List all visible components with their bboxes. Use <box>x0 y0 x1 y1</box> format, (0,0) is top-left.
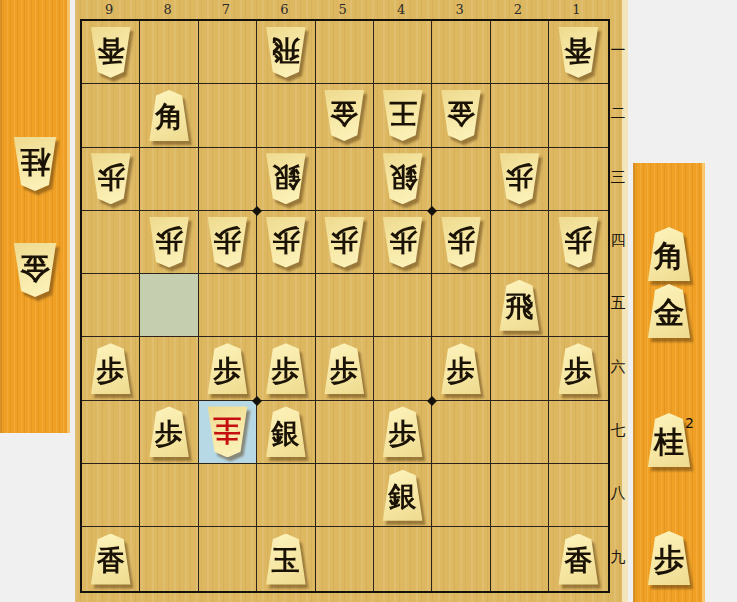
piece-body: 金 <box>645 284 693 338</box>
piece-kanji: 歩 <box>654 545 684 575</box>
square-5-6[interactable]: 歩 <box>316 337 374 400</box>
piece-王-gote[interactable]: 王 <box>380 90 425 141</box>
piece-kanji: 桂 <box>654 427 684 457</box>
square-6-8[interactable] <box>257 464 315 527</box>
square-6-3[interactable]: 銀 <box>257 148 315 211</box>
piece-歩-sente[interactable]: 歩 <box>380 406 425 457</box>
square-4-4[interactable]: 歩 <box>374 211 432 274</box>
rank-label-1: 一 <box>609 19 627 82</box>
square-1-7[interactable] <box>549 401 607 464</box>
rank-label-8: 八 <box>609 462 627 525</box>
rank-labels: 一二三四五六七八九 <box>609 19 627 589</box>
piece-kanji: 歩 <box>389 420 417 448</box>
square-9-5[interactable] <box>82 274 140 337</box>
square-3-6[interactable]: 歩 <box>432 337 490 400</box>
piece-銀-sente[interactable]: 銀 <box>380 470 425 521</box>
piece-歩-gote[interactable]: 歩 <box>147 217 192 268</box>
piece-kanji: 圭 <box>213 416 241 444</box>
square-3-2[interactable]: 金 <box>432 84 490 147</box>
square-6-7[interactable]: 銀 <box>257 401 315 464</box>
piece-body: 角 <box>645 227 693 281</box>
square-3-1[interactable] <box>432 21 490 84</box>
piece-銀-gote[interactable]: 銀 <box>263 153 308 204</box>
piece-kanji: 歩 <box>155 226 183 254</box>
piece-body: 王 <box>380 90 425 141</box>
piece-kanji: 歩 <box>330 226 358 254</box>
square-5-5[interactable] <box>316 274 374 337</box>
hand-piece-桂-gote[interactable]: 桂 <box>11 137 59 191</box>
square-5-9[interactable] <box>316 527 374 590</box>
square-3-4[interactable]: 歩 <box>432 211 490 274</box>
piece-kanji: 角 <box>155 103 183 131</box>
square-8-4[interactable]: 歩 <box>140 211 198 274</box>
piece-歩-gote[interactable]: 歩 <box>88 153 133 204</box>
square-6-5[interactable] <box>257 274 315 337</box>
square-3-9[interactable] <box>432 527 490 590</box>
square-9-1[interactable]: 香 <box>82 21 140 84</box>
rank-label-7: 七 <box>609 399 627 462</box>
square-9-8[interactable] <box>82 464 140 527</box>
square-8-9[interactable] <box>140 527 198 590</box>
piece-body: 歩 <box>88 153 133 204</box>
square-7-8[interactable] <box>199 464 257 527</box>
hand-piece-歩-sente[interactable]: 歩 <box>645 531 693 585</box>
square-6-9[interactable]: 玉 <box>257 527 315 590</box>
piece-kanji: 金 <box>654 298 684 328</box>
piece-body: 歩 <box>380 217 425 268</box>
piece-歩-gote[interactable]: 歩 <box>380 217 425 268</box>
piece-kanji: 歩 <box>272 357 300 385</box>
rank-label-9: 九 <box>609 525 627 588</box>
piece-body: 金 <box>439 90 484 141</box>
rank-label-4: 四 <box>609 209 627 272</box>
square-1-4[interactable]: 歩 <box>549 211 607 274</box>
square-2-2[interactable] <box>491 84 549 147</box>
piece-body: 角 <box>147 90 192 141</box>
square-4-2[interactable]: 王 <box>374 84 432 147</box>
piece-body: 歩 <box>439 217 484 268</box>
piece-kanji: 飛 <box>272 36 300 64</box>
piece-body: 飛 <box>497 280 542 331</box>
file-label-2: 2 <box>489 0 547 18</box>
file-labels: 987654321 <box>80 0 606 18</box>
hand-piece-角-sente[interactable]: 角 <box>645 227 693 281</box>
piece-body: 歩 <box>88 343 133 394</box>
piece-歩-sente[interactable]: 歩 <box>556 343 601 394</box>
square-9-9[interactable]: 香 <box>82 527 140 590</box>
piece-body: 香 <box>556 534 601 585</box>
square-2-4[interactable] <box>491 211 549 274</box>
square-2-6[interactable] <box>491 337 549 400</box>
piece-kanji: 金 <box>20 253 50 283</box>
square-3-7[interactable] <box>432 401 490 464</box>
piece-kanji: 歩 <box>330 357 358 385</box>
file-label-6: 6 <box>255 0 313 18</box>
piece-kanji: 歩 <box>272 226 300 254</box>
piece-kanji: 玉 <box>272 547 300 575</box>
square-1-6[interactable]: 歩 <box>549 337 607 400</box>
hand-piece-金-gote[interactable]: 金 <box>11 243 59 297</box>
square-6-4[interactable]: 歩 <box>257 211 315 274</box>
piece-角-sente[interactable]: 角 <box>147 90 192 141</box>
piece-body: 歩 <box>205 343 250 394</box>
piece-金-gote[interactable]: 金 <box>439 90 484 141</box>
square-2-7[interactable] <box>491 401 549 464</box>
square-5-3[interactable] <box>316 148 374 211</box>
file-label-7: 7 <box>197 0 255 18</box>
piece-kanji: 王 <box>389 99 417 127</box>
piece-飛-gote[interactable]: 飛 <box>263 27 308 78</box>
square-7-7[interactable]: 圭 <box>199 401 257 464</box>
piece-歩-gote[interactable]: 歩 <box>439 217 484 268</box>
piece-body: 歩 <box>263 343 308 394</box>
square-3-3[interactable] <box>432 148 490 211</box>
file-label-9: 9 <box>80 0 138 18</box>
shogi-board-panel: 987654321 香飛香角金王金歩銀銀歩歩歩歩歩歩歩歩飛歩歩歩歩歩歩歩圭銀歩銀… <box>75 0 628 602</box>
square-6-2[interactable] <box>257 84 315 147</box>
piece-歩-sente[interactable]: 歩 <box>147 406 192 457</box>
piece-kanji: 歩 <box>389 226 417 254</box>
square-7-4[interactable]: 歩 <box>199 211 257 274</box>
square-9-3[interactable]: 歩 <box>82 148 140 211</box>
square-8-8[interactable] <box>140 464 198 527</box>
square-7-6[interactable]: 歩 <box>199 337 257 400</box>
square-7-9[interactable] <box>199 527 257 590</box>
piece-香-gote[interactable]: 香 <box>556 27 601 78</box>
piece-kanji: 香 <box>97 547 125 575</box>
piece-kanji: 歩 <box>97 357 125 385</box>
piece-歩-gote[interactable]: 歩 <box>497 153 542 204</box>
square-4-5[interactable] <box>374 274 432 337</box>
square-5-4[interactable]: 歩 <box>316 211 374 274</box>
square-2-5[interactable]: 飛 <box>491 274 549 337</box>
piece-銀-sente[interactable]: 銀 <box>263 406 308 457</box>
rank-label-5: 五 <box>609 272 627 335</box>
piece-kanji: 香 <box>97 36 125 64</box>
piece-body: 香 <box>88 27 133 78</box>
rank-label-6: 六 <box>609 335 627 398</box>
square-8-7[interactable]: 歩 <box>140 401 198 464</box>
piece-kanji: 銀 <box>272 163 300 191</box>
piece-歩-sente[interactable]: 歩 <box>322 343 367 394</box>
square-1-1[interactable]: 香 <box>549 21 607 84</box>
square-7-2[interactable] <box>199 84 257 147</box>
piece-body: 歩 <box>439 343 484 394</box>
piece-body: 香 <box>556 27 601 78</box>
piece-歩-gote[interactable]: 歩 <box>556 217 601 268</box>
piece-kanji: 歩 <box>213 226 241 254</box>
square-9-7[interactable] <box>82 401 140 464</box>
piece-香-sente[interactable]: 香 <box>556 534 601 585</box>
square-5-8[interactable] <box>316 464 374 527</box>
square-2-9[interactable] <box>491 527 549 590</box>
piece-kanji: 歩 <box>505 163 533 191</box>
square-2-3[interactable]: 歩 <box>491 148 549 211</box>
square-3-5[interactable] <box>432 274 490 337</box>
piece-歩-sente[interactable]: 歩 <box>88 343 133 394</box>
piece-kanji: 飛 <box>505 293 533 321</box>
piece-kanji: 桂 <box>20 147 50 177</box>
piece-kanji: 歩 <box>213 357 241 385</box>
piece-香-gote[interactable]: 香 <box>88 27 133 78</box>
piece-歩-gote[interactable]: 歩 <box>205 217 250 268</box>
piece-body: 歩 <box>322 217 367 268</box>
square-4-9[interactable] <box>374 527 432 590</box>
square-8-6[interactable] <box>140 337 198 400</box>
piece-body: 飛 <box>263 27 308 78</box>
square-2-8[interactable] <box>491 464 549 527</box>
piece-body: 銀 <box>263 153 308 204</box>
piece-body: 銀 <box>380 470 425 521</box>
piece-歩-sente[interactable]: 歩 <box>439 343 484 394</box>
square-4-8[interactable]: 銀 <box>374 464 432 527</box>
board-grid: 香飛香角金王金歩銀銀歩歩歩歩歩歩歩歩飛歩歩歩歩歩歩歩圭銀歩銀香玉香 <box>80 19 610 593</box>
piece-歩-gote[interactable]: 歩 <box>263 217 308 268</box>
piece-歩-sente[interactable]: 歩 <box>205 343 250 394</box>
square-4-6[interactable] <box>374 337 432 400</box>
square-9-4[interactable] <box>82 211 140 274</box>
square-6-6[interactable]: 歩 <box>257 337 315 400</box>
square-8-1[interactable] <box>140 21 198 84</box>
piece-kanji: 歩 <box>97 163 125 191</box>
piece-歩-gote[interactable]: 歩 <box>322 217 367 268</box>
promoted-knight-gote[interactable]: 圭 <box>205 406 250 457</box>
rank-label-2: 二 <box>609 82 627 145</box>
piece-body: 歩 <box>556 343 601 394</box>
file-label-1: 1 <box>547 0 605 18</box>
piece-飛-sente[interactable]: 飛 <box>497 280 542 331</box>
piece-body: 玉 <box>263 534 308 585</box>
piece-body: 歩 <box>205 217 250 268</box>
square-2-1[interactable] <box>491 21 549 84</box>
square-5-7[interactable] <box>316 401 374 464</box>
hand-piece-金-sente[interactable]: 金 <box>645 284 693 338</box>
square-9-6[interactable]: 歩 <box>82 337 140 400</box>
piece-kanji: 銀 <box>389 163 417 191</box>
file-label-4: 4 <box>372 0 430 18</box>
square-7-3[interactable] <box>199 148 257 211</box>
piece-body: 歩 <box>147 406 192 457</box>
square-6-1[interactable]: 飛 <box>257 21 315 84</box>
piece-body: 歩 <box>497 153 542 204</box>
square-5-1[interactable] <box>316 21 374 84</box>
piece-body: 歩 <box>147 217 192 268</box>
piece-銀-gote[interactable]: 銀 <box>380 153 425 204</box>
square-7-5[interactable] <box>199 274 257 337</box>
square-8-3[interactable] <box>140 148 198 211</box>
piece-kanji: 香 <box>564 547 592 575</box>
shogi-app: 桂金 987654321 香飛香角金王金歩銀銀歩歩歩歩歩歩歩歩飛歩歩歩歩歩歩歩圭… <box>0 0 737 602</box>
piece-body: 歩 <box>556 217 601 268</box>
square-1-2[interactable] <box>549 84 607 147</box>
piece-body: 歩 <box>380 406 425 457</box>
piece-kanji: 金 <box>447 99 475 127</box>
piece-body: 歩 <box>263 217 308 268</box>
piece-body: 金 <box>322 90 367 141</box>
piece-kanji: 歩 <box>564 357 592 385</box>
piece-body: 歩 <box>322 343 367 394</box>
square-1-8[interactable] <box>549 464 607 527</box>
square-3-8[interactable] <box>432 464 490 527</box>
piece-body: 銀 <box>263 406 308 457</box>
file-label-3: 3 <box>430 0 488 18</box>
piece-金-gote[interactable]: 金 <box>322 90 367 141</box>
sente-captured-tray: 角金桂2歩 <box>633 163 705 602</box>
gote-captured-tray: 桂金 <box>0 0 70 433</box>
piece-body: 桂 <box>11 137 59 191</box>
piece-玉-sente[interactable]: 玉 <box>263 534 308 585</box>
piece-kanji: 角 <box>654 241 684 271</box>
piece-kanji: 銀 <box>272 420 300 448</box>
square-8-5[interactable] <box>140 274 198 337</box>
square-1-5[interactable] <box>549 274 607 337</box>
square-1-3[interactable] <box>549 148 607 211</box>
hand-count-桂: 2 <box>685 415 694 431</box>
square-5-2[interactable]: 金 <box>316 84 374 147</box>
piece-kanji: 歩 <box>447 226 475 254</box>
square-1-9[interactable]: 香 <box>549 527 607 590</box>
piece-kanji: 歩 <box>447 357 475 385</box>
square-8-2[interactable]: 角 <box>140 84 198 147</box>
file-label-8: 8 <box>138 0 196 18</box>
square-4-7[interactable]: 歩 <box>374 401 432 464</box>
piece-body: 圭 <box>205 406 250 457</box>
piece-kanji: 歩 <box>155 420 183 448</box>
square-9-2[interactable] <box>82 84 140 147</box>
rank-label-3: 三 <box>609 146 627 209</box>
piece-kanji: 歩 <box>564 226 592 254</box>
piece-kanji: 香 <box>564 36 592 64</box>
piece-kanji: 銀 <box>389 483 417 511</box>
piece-body: 銀 <box>380 153 425 204</box>
piece-body: 香 <box>88 534 133 585</box>
piece-body: 金 <box>11 243 59 297</box>
piece-kanji: 金 <box>330 99 358 127</box>
file-label-5: 5 <box>314 0 372 18</box>
piece-香-sente[interactable]: 香 <box>88 534 133 585</box>
square-4-1[interactable] <box>374 21 432 84</box>
piece-body: 歩 <box>645 531 693 585</box>
piece-歩-sente[interactable]: 歩 <box>263 343 308 394</box>
square-7-1[interactable] <box>199 21 257 84</box>
square-4-3[interactable]: 銀 <box>374 148 432 211</box>
